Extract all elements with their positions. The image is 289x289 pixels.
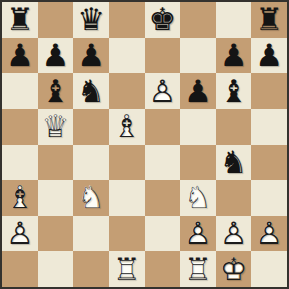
black-bishop[interactable]: ♝ (216, 73, 252, 109)
square-h1[interactable] (251, 251, 287, 287)
square-c4[interactable] (73, 145, 109, 181)
square-b6[interactable]: ♝ (38, 73, 74, 109)
black-pawn[interactable]: ♟ (180, 73, 216, 109)
black-pawn[interactable]: ♟ (216, 38, 252, 74)
black-knight[interactable]: ♞ (216, 145, 252, 181)
piece-outline-layer: ♗ (2, 180, 38, 216)
piece-outline-layer: ♖ (109, 251, 145, 287)
square-f3[interactable]: ♞♘ (180, 180, 216, 216)
square-d4[interactable] (109, 145, 145, 181)
square-g7[interactable]: ♟ (216, 38, 252, 74)
square-g3[interactable] (216, 180, 252, 216)
square-c7[interactable]: ♟ (73, 38, 109, 74)
white-knight[interactable]: ♞♘ (73, 180, 109, 216)
piece-outline-layer: ♙ (216, 216, 252, 252)
square-b7[interactable]: ♟ (38, 38, 74, 74)
square-f6[interactable]: ♟ (180, 73, 216, 109)
square-g2[interactable]: ♟♙ (216, 216, 252, 252)
square-d2[interactable] (109, 216, 145, 252)
white-pawn[interactable]: ♟♙ (145, 73, 181, 109)
black-knight[interactable]: ♞ (73, 73, 109, 109)
square-c3[interactable]: ♞♘ (73, 180, 109, 216)
square-c5[interactable] (73, 109, 109, 145)
white-rook[interactable]: ♜♖ (180, 251, 216, 287)
black-pawn[interactable]: ♟ (38, 38, 74, 74)
square-d1[interactable]: ♜♖ (109, 251, 145, 287)
white-bishop[interactable]: ♝♗ (109, 109, 145, 145)
square-b5[interactable]: ♛♕ (38, 109, 74, 145)
square-f2[interactable]: ♟♙ (180, 216, 216, 252)
square-b1[interactable] (38, 251, 74, 287)
square-f5[interactable] (180, 109, 216, 145)
square-g1[interactable]: ♚♔ (216, 251, 252, 287)
square-d5[interactable]: ♝♗ (109, 109, 145, 145)
white-king[interactable]: ♚♔ (216, 251, 252, 287)
square-f1[interactable]: ♜♖ (180, 251, 216, 287)
piece-outline-layer: ♙ (2, 216, 38, 252)
square-a6[interactable] (2, 73, 38, 109)
white-pawn[interactable]: ♟♙ (180, 216, 216, 252)
piece-outline-layer: ♕ (38, 109, 74, 145)
white-pawn[interactable]: ♟♙ (251, 216, 287, 252)
square-h2[interactable]: ♟♙ (251, 216, 287, 252)
piece-outline-layer: ♙ (251, 216, 287, 252)
square-c2[interactable] (73, 216, 109, 252)
square-d8[interactable] (109, 2, 145, 38)
square-a2[interactable]: ♟♙ (2, 216, 38, 252)
square-b2[interactable] (38, 216, 74, 252)
white-knight[interactable]: ♞♘ (180, 180, 216, 216)
square-b8[interactable] (38, 2, 74, 38)
square-e5[interactable] (145, 109, 181, 145)
square-e7[interactable] (145, 38, 181, 74)
square-e4[interactable] (145, 145, 181, 181)
black-pawn[interactable]: ♟ (73, 38, 109, 74)
square-h3[interactable] (251, 180, 287, 216)
square-b4[interactable] (38, 145, 74, 181)
black-rook[interactable]: ♜ (251, 2, 287, 38)
piece-outline-layer: ♘ (180, 180, 216, 216)
chess-board: ♜♛♚♜♟♟♟♟♟♝♞♟♙♟♝♛♕♝♗♞♝♗♞♘♞♘♟♙♟♙♟♙♟♙♜♖♜♖♚♔ (0, 0, 289, 289)
square-a1[interactable] (2, 251, 38, 287)
piece-outline-layer: ♔ (216, 251, 252, 287)
square-a3[interactable]: ♝♗ (2, 180, 38, 216)
black-rook[interactable]: ♜ (2, 2, 38, 38)
square-f8[interactable] (180, 2, 216, 38)
square-h8[interactable]: ♜ (251, 2, 287, 38)
square-h7[interactable]: ♟ (251, 38, 287, 74)
square-g6[interactable]: ♝ (216, 73, 252, 109)
square-a5[interactable] (2, 109, 38, 145)
piece-outline-layer: ♖ (180, 251, 216, 287)
square-c1[interactable] (73, 251, 109, 287)
square-g8[interactable] (216, 2, 252, 38)
square-f4[interactable] (180, 145, 216, 181)
white-queen[interactable]: ♛♕ (38, 109, 74, 145)
square-b3[interactable] (38, 180, 74, 216)
piece-outline-layer: ♘ (73, 180, 109, 216)
black-queen[interactable]: ♛ (73, 2, 109, 38)
square-a4[interactable] (2, 145, 38, 181)
square-d7[interactable] (109, 38, 145, 74)
square-e1[interactable] (145, 251, 181, 287)
square-e2[interactable] (145, 216, 181, 252)
square-c8[interactable]: ♛ (73, 2, 109, 38)
square-c6[interactable]: ♞ (73, 73, 109, 109)
square-a8[interactable]: ♜ (2, 2, 38, 38)
square-d3[interactable] (109, 180, 145, 216)
piece-outline-layer: ♗ (109, 109, 145, 145)
piece-outline-layer: ♙ (145, 73, 181, 109)
square-h5[interactable] (251, 109, 287, 145)
square-f7[interactable] (180, 38, 216, 74)
square-e8[interactable]: ♚ (145, 2, 181, 38)
piece-outline-layer: ♙ (180, 216, 216, 252)
square-e6[interactable]: ♟♙ (145, 73, 181, 109)
white-pawn[interactable]: ♟♙ (2, 216, 38, 252)
white-bishop[interactable]: ♝♗ (2, 180, 38, 216)
square-h6[interactable] (251, 73, 287, 109)
black-bishop[interactable]: ♝ (38, 73, 74, 109)
white-rook[interactable]: ♜♖ (109, 251, 145, 287)
black-pawn[interactable]: ♟ (2, 38, 38, 74)
square-h4[interactable] (251, 145, 287, 181)
white-pawn[interactable]: ♟♙ (216, 216, 252, 252)
black-pawn[interactable]: ♟ (251, 38, 287, 74)
square-d6[interactable] (109, 73, 145, 109)
square-g5[interactable] (216, 109, 252, 145)
square-e3[interactable] (145, 180, 181, 216)
black-king[interactable]: ♚ (145, 2, 181, 38)
square-g4[interactable]: ♞ (216, 145, 252, 181)
square-a7[interactable]: ♟ (2, 38, 38, 74)
